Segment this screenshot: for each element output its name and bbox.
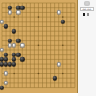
- go-app-window: 00:00: [0, 0, 96, 96]
- board-cells: [0, 1, 77, 90]
- page-background-strip: [0, 93, 78, 96]
- go-board[interactable]: [0, 0, 78, 93]
- game-sidebar: 00:00: [78, 0, 96, 96]
- black-stone-icon: [83, 13, 86, 16]
- game-clock: 00:00: [80, 7, 95, 12]
- white-stone-icon: [87, 13, 90, 16]
- board-intersection[interactable]: [73, 85, 77, 90]
- player-avatar[interactable]: [84, 1, 90, 6]
